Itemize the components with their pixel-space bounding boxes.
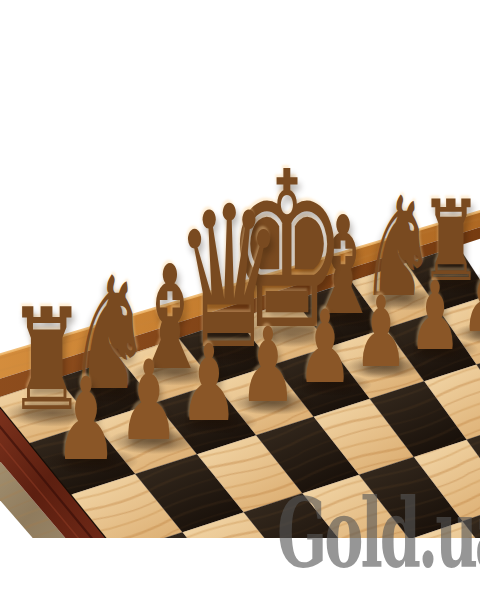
gold-ua-watermark: Gold.ua — [277, 486, 480, 581]
chess-set-photo: ♜♞♝♛♚♝♞♜♟♟♟♟♟♟♟♟ Gold.ua — [0, 0, 480, 600]
